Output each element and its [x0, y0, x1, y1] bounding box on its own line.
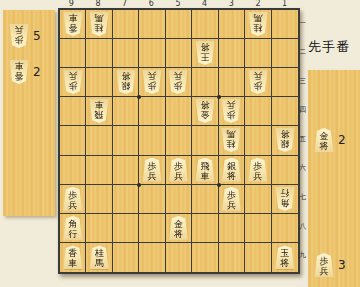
- star-point: [217, 183, 221, 187]
- board-cell-9e[interactable]: [60, 126, 86, 155]
- star-point: [137, 95, 141, 99]
- gote-hand-slot: 香車2: [9, 60, 41, 84]
- piece-sente-2f[interactable]: 歩兵: [248, 158, 268, 182]
- board-cell-3g[interactable]: 歩兵: [219, 185, 245, 214]
- piece-kanji: 桂: [95, 23, 104, 33]
- board-cell-7e[interactable]: [113, 126, 139, 155]
- piece-sente-1i[interactable]: 玉将: [275, 245, 295, 269]
- board-cell-4f[interactable]: 飛車: [192, 156, 218, 185]
- board-cell-2g[interactable]: [245, 185, 271, 214]
- board-cell-5h[interactable]: 金将: [166, 214, 192, 243]
- file-label-7: 7: [111, 0, 138, 8]
- piece-kanji: 将: [320, 141, 329, 151]
- board-cell-1f[interactable]: [272, 156, 298, 185]
- board-cell-8g[interactable]: [86, 185, 112, 214]
- board-grid: 香車桂馬桂馬王将歩兵銀将歩兵歩兵歩兵飛車金将歩兵桂馬銀将歩兵歩兵飛車銀将歩兵歩兵…: [60, 10, 298, 272]
- board-cell-6c[interactable]: 歩兵: [139, 68, 165, 97]
- piece-kanji: 行: [280, 188, 289, 198]
- piece-sente-3g[interactable]: 歩兵: [221, 187, 241, 211]
- board-cell-2d[interactable]: [245, 97, 271, 126]
- board-cell-8f[interactable]: [86, 156, 112, 185]
- board-cell-1e[interactable]: 銀将: [272, 126, 298, 155]
- piece-kanji: 車: [95, 100, 104, 110]
- piece-gote-4b[interactable]: 王将: [195, 41, 215, 65]
- rank-label-5: 五: [298, 124, 307, 153]
- piece-kanji: 兵: [227, 100, 236, 110]
- piece-kanji: 兵: [253, 171, 262, 181]
- board-cell-8e[interactable]: [86, 126, 112, 155]
- piece-kanji: 香: [68, 248, 77, 258]
- piece-kanji: 将: [280, 258, 289, 268]
- piece-gote-8a[interactable]: 桂馬: [89, 12, 109, 36]
- board-cell-1b[interactable]: [272, 39, 298, 68]
- piece-kanji: 歩: [227, 110, 236, 120]
- piece-sente-9g[interactable]: 歩兵: [63, 187, 83, 211]
- piece-kanji: 将: [121, 71, 130, 81]
- piece-kanji: 角: [68, 219, 77, 229]
- board-cell-3f[interactable]: 銀将: [219, 156, 245, 185]
- piece-kanji: 金: [200, 110, 209, 120]
- board-cell-6a[interactable]: [139, 10, 165, 39]
- piece-kanji: 歩: [68, 190, 77, 200]
- board-cell-5d[interactable]: [166, 97, 192, 126]
- piece-kanji: 将: [200, 100, 209, 110]
- board-cell-6b[interactable]: [139, 39, 165, 68]
- piece-sente-5h[interactable]: 金将: [168, 216, 188, 240]
- rank-label-1: 一: [298, 8, 307, 37]
- piece-gote-8d[interactable]: 飛車: [89, 99, 109, 123]
- star-point: [217, 95, 221, 99]
- piece-kanji: 香: [68, 23, 77, 33]
- sente-captured-tray: 金将2歩兵3: [308, 70, 360, 287]
- board-cell-8c[interactable]: [86, 68, 112, 97]
- piece-kanji: 歩: [320, 256, 329, 266]
- piece-gote-5c[interactable]: 歩兵: [168, 70, 188, 94]
- piece-kanji: 玉: [280, 248, 289, 258]
- board-cell-1h[interactable]: [272, 214, 298, 243]
- board-cell-7a[interactable]: [113, 10, 139, 39]
- board-cell-4i[interactable]: [192, 243, 218, 272]
- piece-kanji: 歩: [68, 81, 77, 91]
- piece-kanji: 将: [227, 171, 236, 181]
- rank-labels: 一二三四五六七八九: [298, 8, 307, 270]
- file-label-6: 6: [138, 0, 165, 8]
- board-cell-1i[interactable]: 玉将: [272, 243, 298, 272]
- piece-kanji: 歩: [148, 81, 157, 91]
- board-cell-7i[interactable]: [113, 243, 139, 272]
- board-cell-2b[interactable]: [245, 39, 271, 68]
- board-cell-9i[interactable]: 香車: [60, 243, 86, 272]
- board-cell-2h[interactable]: [245, 214, 271, 243]
- piece-gote-6c[interactable]: 歩兵: [142, 70, 162, 94]
- piece-sente-5f[interactable]: 歩兵: [168, 158, 188, 182]
- board-cell-7c[interactable]: 銀将: [113, 68, 139, 97]
- board-cell-4h[interactable]: [192, 214, 218, 243]
- rank-label-4: 四: [298, 95, 307, 124]
- board-cell-5c[interactable]: 歩兵: [166, 68, 192, 97]
- board-cell-3i[interactable]: [219, 243, 245, 272]
- piece-sente-9i[interactable]: 香車: [63, 245, 83, 269]
- piece-kanji: 兵: [320, 266, 329, 276]
- piece-gote-2a[interactable]: 桂馬: [248, 12, 268, 36]
- piece-gote-3e[interactable]: 桂馬: [221, 128, 241, 152]
- sente-hand-count: 2: [338, 133, 346, 147]
- board-cell-4d[interactable]: 金将: [192, 97, 218, 126]
- board-cell-4c[interactable]: [192, 68, 218, 97]
- board-cell-6g[interactable]: [139, 185, 165, 214]
- sente-hand-slot: 金将2: [314, 128, 346, 152]
- rank-label-3: 三: [298, 66, 307, 95]
- gote-hand-slot: 歩兵5: [9, 24, 41, 48]
- piece-kanji: 車: [200, 171, 209, 181]
- piece-gote-4d[interactable]: 金将: [195, 99, 215, 123]
- board-cell-2c[interactable]: 歩兵: [245, 68, 271, 97]
- piece-sente-4f[interactable]: 飛車: [195, 158, 215, 182]
- piece-kanji: 歩: [174, 161, 183, 171]
- piece-kanji: 銀: [227, 161, 236, 171]
- board-cell-2i[interactable]: [245, 243, 271, 272]
- board-cell-9g[interactable]: 歩兵: [60, 185, 86, 214]
- board-cell-9f[interactable]: [60, 156, 86, 185]
- shogi-app: 歩兵5香車2 987654321 香車桂馬桂馬王将歩兵銀将歩兵歩兵歩兵飛車金将歩…: [0, 0, 360, 287]
- piece-kanji: 車: [68, 258, 77, 268]
- board-cell-2f[interactable]: 歩兵: [245, 156, 271, 185]
- board-cell-7h[interactable]: [113, 214, 139, 243]
- board-cell-7g[interactable]: [113, 185, 139, 214]
- piece-gote-hand1[interactable]: 香車: [9, 60, 29, 84]
- file-label-3: 3: [218, 0, 245, 8]
- piece-kanji: 車: [15, 61, 24, 71]
- piece-gote-1g[interactable]: 角行: [275, 187, 295, 211]
- piece-gote-3d[interactable]: 歩兵: [221, 99, 241, 123]
- piece-kanji: 銀: [121, 81, 130, 91]
- board-cell-9h[interactable]: 角行: [60, 214, 86, 243]
- piece-kanji: 将: [280, 129, 289, 139]
- board-cell-4e[interactable]: [192, 126, 218, 155]
- rank-label-9: 九: [298, 241, 307, 270]
- board-cell-5i[interactable]: [166, 243, 192, 272]
- piece-kanji: 桂: [227, 139, 236, 149]
- board-cell-8i[interactable]: 桂馬: [86, 243, 112, 272]
- board-cell-8a[interactable]: 桂馬: [86, 10, 112, 39]
- sente-hand-count: 3: [338, 258, 346, 272]
- rank-label-7: 七: [298, 183, 307, 212]
- board-cell-8h[interactable]: [86, 214, 112, 243]
- board-cell-2e[interactable]: [245, 126, 271, 155]
- board-cell-9d[interactable]: [60, 97, 86, 126]
- piece-sente-6f[interactable]: 歩兵: [142, 158, 162, 182]
- board-cell-1d[interactable]: [272, 97, 298, 126]
- file-label-1: 1: [271, 0, 298, 8]
- piece-kanji: 歩: [15, 35, 24, 45]
- piece-kanji: 銀: [280, 139, 289, 149]
- board-cell-7f[interactable]: [113, 156, 139, 185]
- board-cell-6i[interactable]: [139, 243, 165, 272]
- piece-kanji: 飛: [200, 161, 209, 171]
- piece-kanji: 兵: [174, 71, 183, 81]
- file-label-5: 5: [165, 0, 192, 8]
- file-label-9: 9: [58, 0, 85, 8]
- piece-kanji: 兵: [15, 25, 24, 35]
- board-cell-5e[interactable]: [166, 126, 192, 155]
- file-label-2: 2: [245, 0, 272, 8]
- piece-kanji: 兵: [227, 200, 236, 210]
- piece-kanji: 兵: [174, 171, 183, 181]
- piece-kanji: 角: [280, 198, 289, 208]
- piece-sente-hand0[interactable]: 金将: [314, 128, 334, 152]
- piece-sente-9h[interactable]: 角行: [63, 216, 83, 240]
- piece-kanji: 馬: [95, 13, 104, 23]
- board-cell-6f[interactable]: 歩兵: [139, 156, 165, 185]
- board-cell-5b[interactable]: [166, 39, 192, 68]
- piece-kanji: 金: [320, 131, 329, 141]
- board-cell-5g[interactable]: [166, 185, 192, 214]
- piece-kanji: 兵: [68, 200, 77, 210]
- board-cell-3h[interactable]: [219, 214, 245, 243]
- piece-kanji: 将: [174, 229, 183, 239]
- piece-gote-7c[interactable]: 銀将: [116, 70, 136, 94]
- piece-kanji: 兵: [253, 71, 262, 81]
- board-cell-9a[interactable]: 香車: [60, 10, 86, 39]
- piece-kanji: 桂: [95, 248, 104, 258]
- rank-label-6: 六: [298, 154, 307, 183]
- sente-hand-slot: 歩兵3: [314, 253, 346, 277]
- piece-sente-3f[interactable]: 銀将: [221, 158, 241, 182]
- board-cell-4b[interactable]: 王将: [192, 39, 218, 68]
- star-point: [137, 183, 141, 187]
- piece-kanji: 将: [200, 42, 209, 52]
- file-label-4: 4: [191, 0, 218, 8]
- board-cell-7d[interactable]: [113, 97, 139, 126]
- board-cell-5f[interactable]: 歩兵: [166, 156, 192, 185]
- piece-kanji: 歩: [227, 190, 236, 200]
- shogi-board: 香車桂馬桂馬王将歩兵銀将歩兵歩兵歩兵飛車金将歩兵桂馬銀将歩兵歩兵飛車銀将歩兵歩兵…: [58, 8, 300, 274]
- board-cell-6d[interactable]: [139, 97, 165, 126]
- gote-hand-count: 2: [33, 65, 41, 79]
- piece-kanji: 桂: [253, 23, 262, 33]
- piece-kanji: 兵: [148, 71, 157, 81]
- rank-label-8: 八: [298, 212, 307, 241]
- rank-label-2: 二: [298, 37, 307, 66]
- piece-gote-1e[interactable]: 銀将: [275, 128, 295, 152]
- piece-kanji: 歩: [174, 81, 183, 91]
- piece-gote-hand0[interactable]: 歩兵: [9, 24, 29, 48]
- piece-kanji: 飛: [95, 110, 104, 120]
- board-cell-1a[interactable]: [272, 10, 298, 39]
- board-cell-4g[interactable]: [192, 185, 218, 214]
- board-cell-6h[interactable]: [139, 214, 165, 243]
- board-cell-3d[interactable]: 歩兵: [219, 97, 245, 126]
- board-cell-1g[interactable]: 角行: [272, 185, 298, 214]
- piece-kanji: 王: [200, 52, 209, 62]
- piece-sente-8i[interactable]: 桂馬: [89, 245, 109, 269]
- board-cell-4a[interactable]: [192, 10, 218, 39]
- piece-sente-hand1[interactable]: 歩兵: [314, 253, 334, 277]
- piece-gote-9c[interactable]: 歩兵: [63, 70, 83, 94]
- piece-gote-9a[interactable]: 香車: [63, 12, 83, 36]
- board-cell-8d[interactable]: 飛車: [86, 97, 112, 126]
- board-cell-9c[interactable]: 歩兵: [60, 68, 86, 97]
- file-labels: 987654321: [58, 0, 298, 8]
- gote-captured-tray: 歩兵5香車2: [3, 10, 55, 216]
- piece-kanji: 歩: [253, 81, 262, 91]
- piece-kanji: 歩: [253, 161, 262, 171]
- file-label-8: 8: [85, 0, 112, 8]
- board-cell-3e[interactable]: 桂馬: [219, 126, 245, 155]
- board-cell-3a[interactable]: [219, 10, 245, 39]
- board-cell-3c[interactable]: [219, 68, 245, 97]
- piece-kanji: 金: [174, 219, 183, 229]
- piece-gote-2c[interactable]: 歩兵: [248, 70, 268, 94]
- board-cell-1c[interactable]: [272, 68, 298, 97]
- turn-indicator-label: 先手番: [308, 38, 358, 56]
- board-cell-9b[interactable]: [60, 39, 86, 68]
- piece-kanji: 兵: [68, 71, 77, 81]
- board-cell-7b[interactable]: [113, 39, 139, 68]
- board-cell-3b[interactable]: [219, 39, 245, 68]
- gote-hand-count: 5: [33, 29, 41, 43]
- piece-kanji: 馬: [95, 258, 104, 268]
- piece-kanji: 兵: [148, 171, 157, 181]
- piece-kanji: 車: [68, 13, 77, 23]
- board-cell-6e[interactable]: [139, 126, 165, 155]
- piece-kanji: 香: [15, 71, 24, 81]
- board-cell-5a[interactable]: [166, 10, 192, 39]
- board-cell-8b[interactable]: [86, 39, 112, 68]
- board-cell-2a[interactable]: 桂馬: [245, 10, 271, 39]
- piece-kanji: 行: [68, 229, 77, 239]
- piece-kanji: 馬: [253, 13, 262, 23]
- piece-kanji: 歩: [148, 161, 157, 171]
- piece-kanji: 馬: [227, 129, 236, 139]
